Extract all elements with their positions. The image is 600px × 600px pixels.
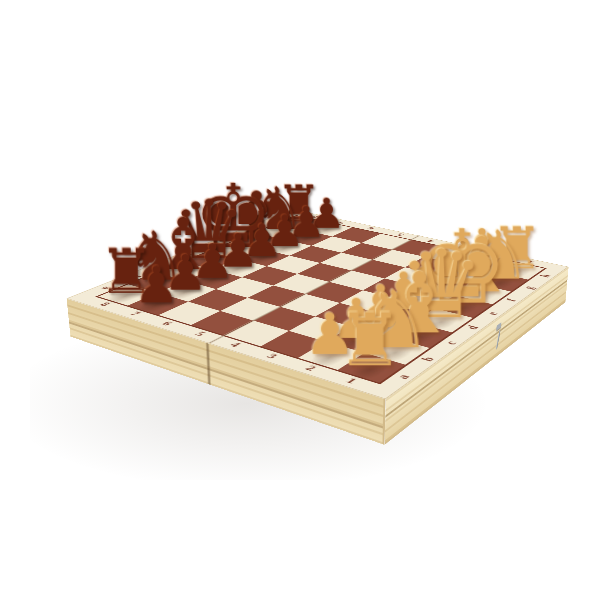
chess-set-photo: 88aa77bb66cc55dd44ee33ff22gg11hh ♜♞♝♛♚♝♞… [0,0,600,600]
rook-glyph: ♜ [337,303,403,376]
pawn-glyph: ♟ [134,259,179,310]
metal-clasp-icon [494,321,503,354]
fold-seam-side-cut [206,342,211,385]
clasp-hook [496,330,501,349]
